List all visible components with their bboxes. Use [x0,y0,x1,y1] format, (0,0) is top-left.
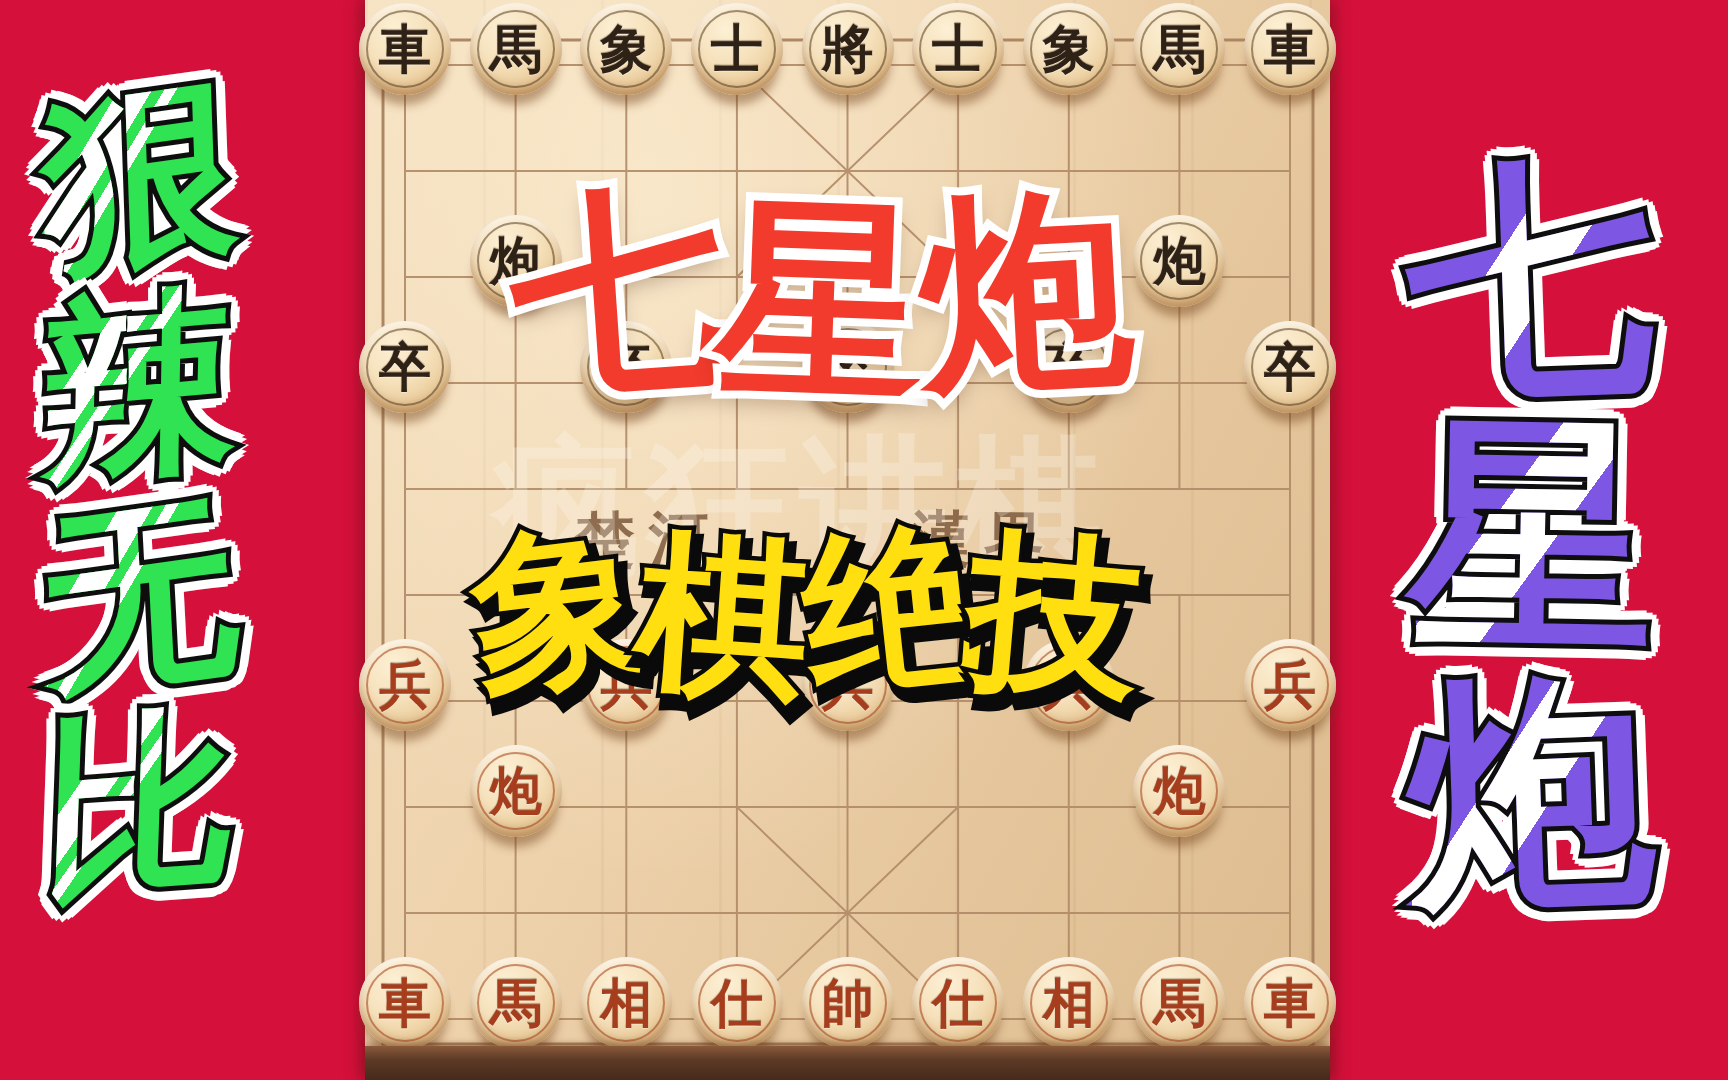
title-yellow-char-1: 棋棋棋棋 [632,524,816,708]
piece-red-soldier-a6[interactable]: 兵 [359,639,451,731]
piece-black-soldier-i3[interactable]: 卒 [1244,321,1336,413]
right-banner-char-0: 七七七七 [1404,154,1658,408]
piece-glyph: 卒 [359,321,451,413]
title-overlay-xiangqi-jueji: 象象象象棋棋棋棋绝绝绝绝技技技技 [472,522,1136,694]
piece-black-soldier-a3[interactable]: 卒 [359,321,451,413]
left-banner-henla-wubi: 狠狠狠狠辣辣辣辣无无无无比比比比 [42,78,238,904]
title-yellow-char-2: 绝绝绝绝 [795,513,984,702]
title-red-char-2: 炮炮炮 [915,181,1138,404]
piece-red-advisor-d9[interactable]: 仕 [691,957,783,1049]
piece-black-chariot-a0[interactable]: 車 [359,3,451,95]
piece-red-elephant-c9[interactable]: 相 [580,957,672,1049]
piece-glyph: 車 [359,3,451,95]
piece-glyph: 馬 [470,957,562,1049]
piece-glyph: 馬 [1133,957,1225,1049]
title-red-layer: 七 [505,179,731,405]
piece-glyph: 仕 [691,957,783,1049]
title-yellow-char-3: 技技技技 [962,521,1148,707]
board-front-edge [365,1046,1330,1080]
left-banner-layer: 无 [38,484,242,708]
piece-glyph: 馬 [1133,3,1225,95]
piece-red-general-e9[interactable]: 帥 [802,957,894,1049]
title-yellow-char-0: 象象象象 [462,512,654,704]
piece-glyph: 馬 [470,3,562,95]
title-red-layer: 炮 [915,181,1138,404]
left-banner-char-3: 比比比比 [39,701,241,912]
piece-black-general-e0[interactable]: 將 [802,3,894,95]
piece-black-chariot-i0[interactable]: 車 [1244,3,1336,95]
piece-glyph: 象 [1023,3,1115,95]
thumbnail-root: { "game": "xiangqi", "position": { "fen"… [0,0,1728,1080]
title-yellow-layer: 象 [462,512,654,704]
piece-glyph: 車 [359,957,451,1049]
left-banner-char-1: 辣辣辣辣 [41,279,240,493]
left-banner-layer: 辣 [41,279,240,493]
right-banner-char-1: 星星星星 [1406,412,1656,662]
piece-glyph: 炮 [1133,745,1225,837]
piece-red-horse-h9[interactable]: 馬 [1133,957,1225,1049]
piece-glyph: 象 [580,3,672,95]
title-yellow-layer: 棋 [632,524,816,708]
left-banner-char-2: 无无无无 [38,484,242,708]
piece-black-advisor-d0[interactable]: 士 [691,3,783,95]
piece-red-elephant-g9[interactable]: 相 [1023,957,1115,1049]
piece-glyph: 卒 [1244,321,1336,413]
title-overlay-qixingpao: 七七七星星星炮炮炮 [512,186,1124,398]
title-yellow-layer: 技 [962,521,1148,707]
piece-red-soldier-i6[interactable]: 兵 [1244,639,1336,731]
piece-glyph: 帥 [802,957,894,1049]
right-banner-layer: 七 [1404,154,1658,408]
title-yellow-layer: 绝 [795,513,984,702]
piece-glyph: 士 [691,3,783,95]
right-banner-layer: 星 [1406,412,1656,662]
piece-red-chariot-i9[interactable]: 車 [1244,957,1336,1049]
title-red-layer: 星 [712,192,931,411]
piece-black-horse-h0[interactable]: 馬 [1133,3,1225,95]
piece-black-advisor-f0[interactable]: 士 [912,3,1004,95]
right-banner-char-2: 炮炮炮炮 [1404,666,1658,920]
piece-black-horse-b0[interactable]: 馬 [470,3,562,95]
piece-red-chariot-a9[interactable]: 車 [359,957,451,1049]
piece-glyph: 車 [1244,957,1336,1049]
right-banner-qixingpao: 七七七七星星星星炮炮炮炮 [1408,158,1654,916]
piece-black-elephant-g0[interactable]: 象 [1023,3,1115,95]
left-banner-layer: 狠 [40,64,241,288]
piece-red-advisor-f9[interactable]: 仕 [912,957,1004,1049]
right-banner-layer: 炮 [1404,666,1658,920]
title-red-char-0: 七七七 [505,179,731,405]
piece-glyph: 炮 [1133,215,1225,307]
piece-glyph: 仕 [912,957,1004,1049]
piece-glyph: 士 [912,3,1004,95]
piece-black-cannon-h2[interactable]: 炮 [1133,215,1225,307]
piece-glyph: 兵 [359,639,451,731]
piece-glyph: 將 [802,3,894,95]
piece-red-cannon-h7[interactable]: 炮 [1133,745,1225,837]
piece-red-cannon-b7[interactable]: 炮 [470,745,562,837]
piece-glyph: 相 [1023,957,1115,1049]
piece-red-horse-b9[interactable]: 馬 [470,957,562,1049]
left-banner-char-0: 狠狠狠狠 [40,64,241,288]
title-red-char-1: 星星星 [712,192,931,411]
piece-glyph: 炮 [470,745,562,837]
piece-glyph: 兵 [1244,639,1336,731]
left-banner-layer: 比 [39,701,241,912]
piece-glyph: 相 [580,957,672,1049]
piece-glyph: 車 [1244,3,1336,95]
piece-black-elephant-c0[interactable]: 象 [580,3,672,95]
